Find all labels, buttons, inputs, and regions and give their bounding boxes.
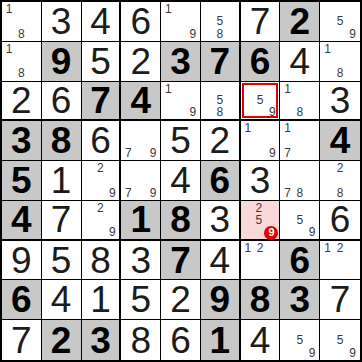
pencil-grid: 19 (162, 3, 199, 40)
pencil-grid: 59 (281, 202, 318, 238)
pencil-mark-7: 7 (281, 187, 293, 199)
cell-r4c8[interactable]: 17 (280, 121, 320, 161)
cell-r9c8[interactable]: 59 (280, 320, 320, 360)
solved-digit: 4 (241, 320, 280, 360)
cell-r5c6[interactable]: 6 (201, 161, 241, 201)
pencil-mark-1: 1 (3, 43, 15, 55)
pencil-mark-1: 1 (162, 3, 174, 15)
pencil-mark-1: 1 (3, 3, 15, 15)
pencil-mark-5: 5 (253, 214, 264, 226)
given-digit: 3 (2, 121, 41, 160)
cell-r5c3[interactable]: 29 (82, 161, 122, 201)
cell-r5c2[interactable]: 1 (42, 161, 82, 201)
pencil-mark-8: 8 (334, 67, 347, 79)
cell-r2c3[interactable]: 5 (82, 42, 122, 82)
pencil-mark-5: 5 (334, 334, 347, 347)
solved-digit: 7 (320, 280, 360, 319)
cell-r7c7[interactable]: 12 (241, 241, 281, 281)
cell-r3c3[interactable]: 7 (82, 82, 122, 122)
pencil-mark-1: 1 (321, 242, 334, 254)
given-digit: 3 (280, 280, 319, 319)
solved-digit: 8 (121, 320, 160, 360)
pencil-grid: 259 (242, 202, 279, 238)
cell-r6c3[interactable]: 29 (82, 201, 122, 241)
cell-r9c4[interactable]: 8 (121, 320, 161, 360)
cell-r7c3[interactable]: 8 (82, 241, 122, 281)
pencil-mark-1: 1 (281, 122, 293, 134)
given-digit: 1 (201, 320, 239, 360)
pencil-grid: 78 (281, 162, 318, 199)
given-digit: 7 (161, 241, 200, 280)
pencil-mark-7: 7 (281, 147, 293, 159)
pencil-mark-9: 9 (106, 187, 118, 199)
pencil-mark-8: 8 (15, 28, 27, 40)
pencil-grid: 12 (321, 242, 359, 279)
cell-r3c7[interactable]: 59 (241, 82, 281, 122)
cell-r8c6[interactable]: 9 (201, 280, 241, 320)
solved-digit: 3 (42, 2, 81, 41)
given-digit: 5 (2, 161, 41, 200)
pencil-mark-8: 8 (214, 106, 226, 118)
cell-r1c3[interactable]: 4 (82, 2, 122, 42)
pencil-mark-8: 8 (294, 106, 306, 118)
cell-r9c2[interactable]: 2 (42, 320, 82, 360)
solved-digit: 3 (320, 82, 360, 120)
cell-r5c8[interactable]: 78 (280, 161, 320, 201)
cell-r7c1[interactable]: 9 (2, 241, 42, 281)
cell-r6c6[interactable]: 3 (201, 201, 241, 241)
pencil-mark-9: 9 (106, 226, 118, 238)
cell-r9c1[interactable]: 7 (2, 320, 42, 360)
solved-digit: 4 (82, 2, 120, 41)
given-digit: 4 (2, 201, 41, 239)
cell-r2c6[interactable]: 7 (201, 42, 241, 82)
cell-r9c7[interactable]: 4 (241, 320, 281, 360)
given-digit: 1 (121, 201, 160, 239)
pencil-grid: 79 (122, 162, 159, 199)
cell-r4c2[interactable]: 8 (42, 121, 82, 161)
pencil-mark-9: 9 (306, 346, 318, 359)
solved-digit: 5 (161, 121, 200, 160)
solved-digit: 2 (201, 121, 239, 160)
cell-r3c5[interactable]: 19 (161, 82, 201, 122)
given-digit: 9 (42, 42, 81, 81)
cell-r7c8[interactable]: 6 (280, 241, 320, 281)
pencil-grid: 19 (242, 122, 279, 159)
solved-digit: 4 (201, 241, 239, 280)
cell-r1c9[interactable]: 59 (320, 2, 360, 42)
given-digit: 8 (241, 280, 280, 319)
cell-r7c2[interactable]: 5 (42, 241, 82, 281)
cell-r2c9[interactable]: 18 (320, 42, 360, 82)
pencil-grid: 58 (202, 3, 238, 40)
pencil-grid: 18 (3, 43, 40, 80)
cell-r2c2[interactable]: 9 (42, 42, 82, 82)
solved-digit: 3 (241, 161, 280, 200)
cell-r9c3[interactable]: 3 (82, 320, 122, 360)
cell-r3c4[interactable]: 4 (121, 82, 161, 122)
pencil-mark-5: 5 (294, 214, 306, 226)
pencil-grid: 58 (202, 83, 238, 119)
cell-r6c8[interactable]: 59 (280, 201, 320, 241)
cell-r5c9[interactable]: 28 (320, 161, 360, 201)
cell-r3c2[interactable]: 6 (42, 82, 82, 122)
cell-r3c8[interactable]: 18 (280, 82, 320, 122)
pencil-grid: 18 (321, 43, 359, 80)
cell-r8c9[interactable]: 7 (320, 280, 360, 320)
cell-r2c7[interactable]: 6 (241, 42, 281, 82)
pencil-mark-2: 2 (334, 242, 347, 254)
solved-digit: 3 (201, 201, 239, 239)
given-digit: 9 (201, 280, 239, 319)
pencil-grid: 12 (242, 242, 279, 279)
cell-r8c1[interactable]: 6 (2, 280, 42, 320)
pencil-mark-1: 1 (242, 122, 254, 134)
solved-digit: 3 (121, 241, 160, 280)
solved-digit: 1 (42, 161, 81, 200)
solved-digit: 4 (161, 161, 200, 200)
pencil-mark-9: 9 (306, 226, 318, 238)
pencil-grid: 59 (321, 3, 359, 40)
cell-r5c7[interactable]: 3 (241, 161, 281, 201)
cell-r4c1[interactable]: 3 (2, 121, 42, 161)
cell-r8c4[interactable]: 5 (121, 280, 161, 320)
solved-digit: 2 (161, 280, 200, 319)
pencil-mark-9: 9 (147, 187, 159, 199)
solved-digit: 1 (82, 280, 120, 319)
solved-digit: 8 (82, 241, 120, 280)
cell-r6c4[interactable]: 1 (121, 201, 161, 241)
cell-r6c1[interactable]: 4 (2, 201, 42, 241)
pencil-mark-5: 5 (294, 334, 306, 347)
cell-r7c6[interactable]: 4 (201, 241, 241, 281)
pencil-grid: 18 (3, 3, 40, 40)
pencil-mark-9: 9 (187, 28, 199, 40)
cell-r6c7[interactable]: 259 (241, 201, 281, 241)
cell-r8c2[interactable]: 4 (42, 280, 82, 320)
pencil-mark-1: 1 (281, 83, 293, 95)
cell-r3c6[interactable]: 58 (201, 82, 241, 122)
pencil-mark-2: 2 (94, 202, 106, 214)
pencil-grid: 29 (83, 202, 119, 238)
cell-r7c5[interactable]: 7 (161, 241, 201, 281)
given-digit: 7 (82, 82, 120, 120)
cell-r1c2[interactable]: 3 (42, 2, 82, 42)
cell-r1c4[interactable]: 6 (121, 2, 161, 42)
given-digit: 4 (320, 121, 360, 160)
pencil-grid: 59 (242, 83, 279, 119)
cell-r1c6[interactable]: 58 (201, 2, 241, 42)
pencil-grid: 28 (321, 162, 359, 199)
cell-r2c5[interactable]: 3 (161, 42, 201, 82)
solved-digit: 6 (320, 201, 360, 239)
pencil-grid: 17 (281, 122, 318, 159)
pencil-grid: 79 (122, 122, 159, 159)
solved-digit: 7 (2, 320, 41, 360)
pencil-mark-9: 9 (346, 346, 359, 359)
pencil-mark-7: 7 (122, 187, 134, 199)
solved-digit: 2 (2, 82, 41, 120)
given-digit: 7 (201, 42, 239, 81)
pencil-mark-5: 5 (254, 94, 266, 106)
pencil-mark-9: 9 (266, 147, 278, 159)
cell-r3c1[interactable]: 2 (2, 82, 42, 122)
cell-r2c4[interactable]: 2 (121, 42, 161, 82)
solved-digit: 2 (121, 42, 160, 81)
sudoku-board: 1834619587259189523764182674195859183386… (0, 0, 362, 362)
solved-digit: 7 (42, 201, 81, 239)
cell-r4c4[interactable]: 79 (121, 121, 161, 161)
solved-digit: 6 (161, 320, 200, 360)
cell-r8c5[interactable]: 2 (161, 280, 201, 320)
pencil-mark-8: 8 (334, 187, 347, 199)
solved-digit: 9 (2, 241, 41, 280)
pencil-mark-7: 7 (122, 147, 134, 159)
given-digit: 6 (280, 241, 319, 280)
given-digit: 6 (2, 280, 41, 319)
solved-digit: 7 (241, 2, 280, 41)
cell-r4c5[interactable]: 5 (161, 121, 201, 161)
cell-r4c7[interactable]: 19 (241, 121, 281, 161)
pencil-mark-2: 2 (254, 242, 266, 254)
cell-r8c8[interactable]: 3 (280, 280, 320, 320)
cell-r4c6[interactable]: 2 (201, 121, 241, 161)
pencil-mark-9: 9 (147, 147, 159, 159)
cell-r3c9[interactable]: 3 (320, 82, 360, 122)
solved-digit: 6 (42, 82, 81, 120)
given-digit: 6 (241, 42, 280, 81)
cell-r2c8[interactable]: 4 (280, 42, 320, 82)
cell-r4c3[interactable]: 6 (82, 121, 122, 161)
pencil-mark-8: 8 (15, 67, 27, 79)
pencil-mark-2: 2 (94, 162, 106, 174)
cell-r7c9[interactable]: 12 (320, 241, 360, 281)
pencil-mark-9: 9 (346, 28, 359, 40)
cell-r5c5[interactable]: 4 (161, 161, 201, 201)
given-digit: 2 (280, 2, 319, 41)
solved-digit: 5 (82, 42, 120, 81)
solved-digit: 6 (82, 121, 120, 160)
pencil-mark-1: 1 (321, 43, 334, 55)
cell-r1c7[interactable]: 7 (241, 2, 281, 42)
given-digit: 4 (121, 82, 160, 120)
given-digit: 3 (82, 320, 120, 360)
given-digit: 3 (161, 42, 200, 81)
pencil-mark-2: 2 (334, 162, 347, 174)
cell-r6c2[interactable]: 7 (42, 201, 82, 241)
cell-r1c8[interactable]: 2 (280, 2, 320, 42)
cell-r9c6[interactable]: 1 (201, 320, 241, 360)
solved-digit: 6 (121, 2, 160, 41)
cell-r7c4[interactable]: 3 (121, 241, 161, 281)
pencil-mark-8: 8 (214, 28, 226, 40)
cell-r1c5[interactable]: 19 (161, 2, 201, 42)
given-digit: 8 (42, 121, 81, 160)
pencil-grid: 59 (321, 321, 359, 359)
cell-r2c1[interactable]: 18 (2, 42, 42, 82)
given-digit: 2 (42, 320, 81, 360)
pencil-mark-9: 9 (266, 106, 278, 118)
cell-r6c5[interactable]: 8 (161, 201, 201, 241)
pencil-mark-1: 1 (242, 242, 254, 254)
solved-digit: 5 (42, 241, 81, 280)
cell-r9c5[interactable]: 6 (161, 320, 201, 360)
solved-digit: 5 (121, 280, 160, 319)
cell-r1c1[interactable]: 18 (2, 2, 42, 42)
pencil-grid: 18 (281, 83, 318, 119)
cell-r5c4[interactable]: 79 (121, 161, 161, 201)
pencil-mark-5: 5 (334, 15, 347, 27)
pencil-mark-5: 5 (214, 15, 226, 27)
circled-candidate-9: 9 (264, 226, 278, 240)
given-digit: 8 (161, 201, 200, 239)
solved-digit: 4 (42, 280, 81, 319)
cell-r8c7[interactable]: 8 (241, 280, 281, 320)
solved-digit: 4 (280, 42, 319, 81)
cell-r4c9[interactable]: 4 (320, 121, 360, 161)
given-digit: 6 (201, 161, 239, 200)
cell-r6c9[interactable]: 6 (320, 201, 360, 241)
pencil-grid: 19 (162, 83, 199, 119)
pencil-mark-8: 8 (294, 187, 306, 199)
pencil-mark-9: 9 (187, 106, 199, 118)
pencil-mark-1: 1 (162, 83, 174, 95)
cell-r9c9[interactable]: 59 (320, 320, 360, 360)
pencil-grid: 29 (83, 162, 119, 199)
pencil-grid: 59 (281, 321, 318, 359)
cell-r8c3[interactable]: 1 (82, 280, 122, 320)
cell-r5c1[interactable]: 5 (2, 161, 42, 201)
